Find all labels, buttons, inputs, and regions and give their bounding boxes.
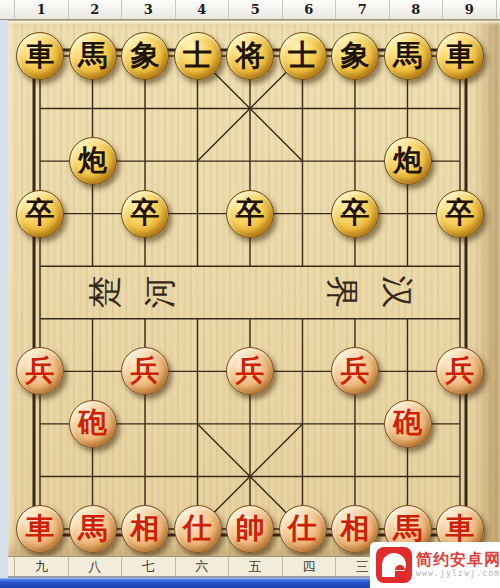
black-advisor[interactable]: 士 [174,32,222,80]
red-elephant[interactable]: 相 [121,505,169,553]
file-numeral-五: 五 [229,557,283,576]
piece-glyph: 炮 [78,146,107,175]
black-advisor[interactable]: 士 [279,32,327,80]
black-elephant[interactable]: 象 [121,32,169,80]
android-icon [382,553,406,577]
piece-glyph: 馬 [393,41,422,70]
piece-glyph: 兵 [236,356,265,385]
piece-glyph: 砲 [393,408,422,437]
file-numeral-四: 四 [283,557,337,576]
piece-glyph: 馬 [393,514,422,543]
red-soldier[interactable]: 兵 [226,347,274,395]
red-cannon[interactable]: 砲 [384,400,432,448]
piece-glyph: 車 [446,514,475,543]
black-soldier[interactable]: 卒 [436,190,484,238]
red-advisor[interactable]: 仕 [174,505,222,553]
piece-glyph: 炮 [393,146,422,175]
file-numeral-八: 八 [69,557,123,576]
piece-glyph: 卒 [446,198,475,227]
piece-glyph: 相 [131,514,160,543]
black-soldier[interactable]: 卒 [226,190,274,238]
piece-glyph: 卒 [236,198,265,227]
piece-glyph: 卒 [26,198,55,227]
piece-glyph: 仕 [288,514,317,543]
piece-glyph: 士 [288,41,317,70]
piece-glyph: 士 [183,41,212,70]
black-cannon[interactable]: 炮 [69,137,117,185]
file-number-8: 8 [390,0,444,19]
piece-glyph: 馬 [78,41,107,70]
black-general[interactable]: 将 [226,32,274,80]
black-soldier[interactable]: 卒 [331,190,379,238]
file-numeral-九: 九 [14,557,69,576]
piece-glyph: 象 [341,41,370,70]
file-numeral-六: 六 [176,557,230,576]
file-number-4: 4 [176,0,230,19]
red-soldier[interactable]: 兵 [16,347,64,395]
watermark: 简约安卓网 www.jylzwj.com [370,542,500,588]
black-cannon[interactable]: 炮 [384,137,432,185]
piece-glyph: 車 [26,514,55,543]
red-cannon[interactable]: 砲 [69,400,117,448]
file-number-2: 2 [69,0,123,19]
black-chariot[interactable]: 車 [16,32,64,80]
black-chariot[interactable]: 車 [436,32,484,80]
red-chariot[interactable]: 車 [16,505,64,553]
black-soldier[interactable]: 卒 [121,190,169,238]
piece-glyph: 馬 [78,514,107,543]
watermark-badge [376,547,412,583]
piece-glyph: 卒 [341,198,370,227]
red-general[interactable]: 帥 [226,505,274,553]
xiangqi-board: 楚 河 界 汉 車馬象士将士象馬車炮炮卒卒卒卒卒兵兵兵兵兵砲砲車馬相仕帥仕相馬車 [8,20,500,556]
file-numbers-bar: 123456789 [0,0,500,20]
file-number-1: 1 [14,0,69,19]
piece-glyph: 卒 [131,198,160,227]
piece-glyph: 象 [131,41,160,70]
red-horse[interactable]: 馬 [69,505,117,553]
file-number-5: 5 [229,0,283,19]
piece-glyph: 帥 [236,514,265,543]
red-advisor[interactable]: 仕 [279,505,327,553]
piece-glyph: 兵 [131,356,160,385]
piece-glyph: 将 [236,41,265,70]
pieces-layer: 車馬象士将士象馬車炮炮卒卒卒卒卒兵兵兵兵兵砲砲車馬相仕帥仕相馬車 [8,21,500,556]
black-horse[interactable]: 馬 [384,32,432,80]
site-url: www.jylzwj.com [416,569,500,579]
piece-glyph: 仕 [183,514,212,543]
red-soldier[interactable]: 兵 [121,347,169,395]
file-number-3: 3 [122,0,176,19]
file-number-6: 6 [283,0,337,19]
piece-glyph: 兵 [341,356,370,385]
file-number-9: 9 [443,0,497,19]
red-soldier[interactable]: 兵 [436,347,484,395]
black-soldier[interactable]: 卒 [16,190,64,238]
black-elephant[interactable]: 象 [331,32,379,80]
piece-glyph: 車 [446,41,475,70]
piece-glyph: 車 [26,41,55,70]
piece-glyph: 兵 [446,356,475,385]
piece-glyph: 兵 [26,356,55,385]
file-numeral-七: 七 [122,557,176,576]
piece-glyph: 相 [341,514,370,543]
site-name: 简约安卓网 [416,551,500,569]
file-number-7: 7 [336,0,390,19]
red-soldier[interactable]: 兵 [331,347,379,395]
piece-glyph: 砲 [78,408,107,437]
black-horse[interactable]: 馬 [69,32,117,80]
